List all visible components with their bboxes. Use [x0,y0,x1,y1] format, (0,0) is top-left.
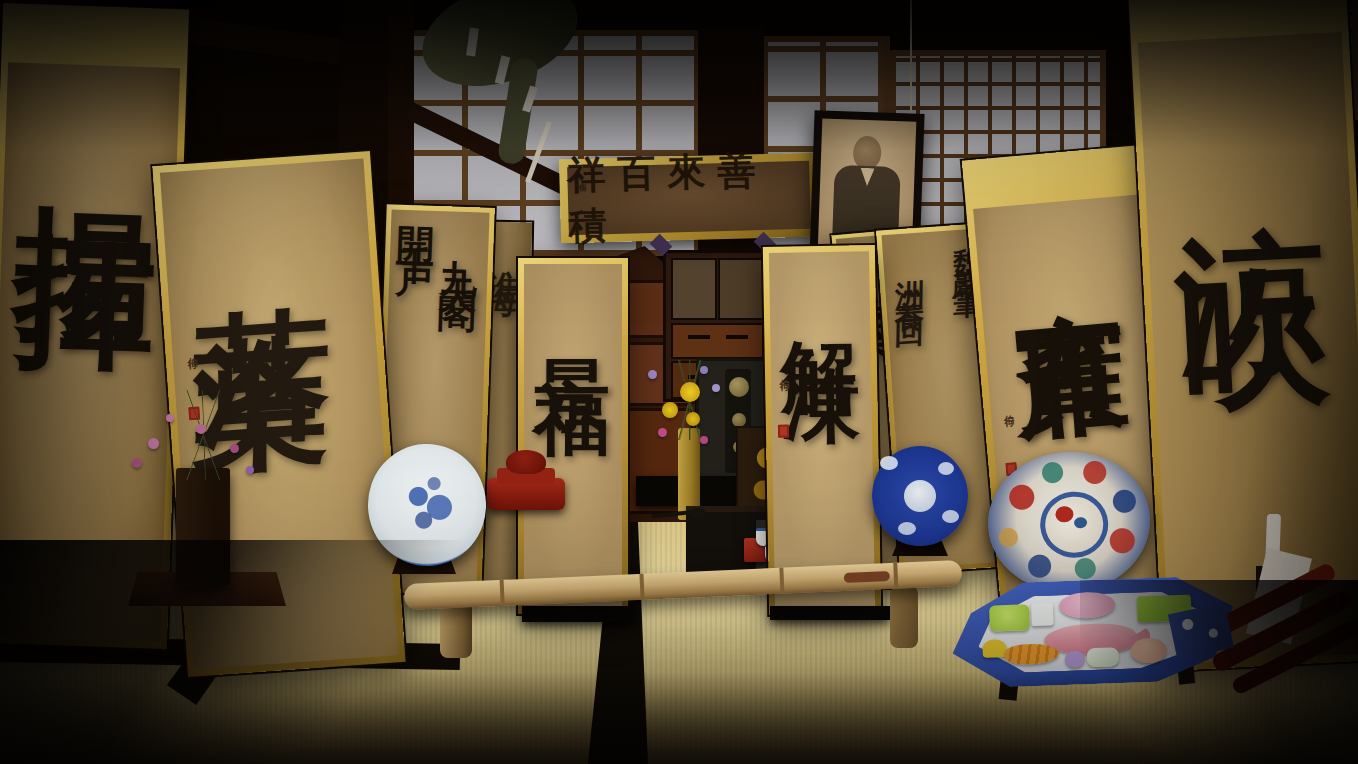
safe-dial [729,377,749,397]
calligraphy-keifuku: 景福 [535,298,611,338]
japanese-room-photo: 祥百來善積 楊舎 [0,0,1358,764]
bamboo-node [639,574,644,600]
bamboo-node [500,580,505,606]
artist-signature: 伯行 [1000,406,1014,411]
pink-dianthus [700,436,708,444]
screen-far-left: 揚揮 [0,3,189,649]
artist-signature: 伯行 [184,348,198,353]
pink-dianthus [658,428,667,437]
bamboo-blemish [844,571,890,583]
wild-stems [130,390,280,480]
pink-wildflower [148,438,159,449]
screen-base [770,606,890,620]
calligraphy-hingan: 賓雁 [1000,213,1117,267]
pink-wildflower [166,414,174,422]
drawer-handle [726,335,748,339]
white-fan-sweet [1031,601,1054,626]
dark-vase [176,468,230,586]
screen-base [522,606,634,622]
bamboo-node [779,568,784,594]
screen-kaitou: 解凍 伯行 [763,245,881,615]
screen-keifuku: 景福 [518,258,628,614]
calligraphy-far-right: 涼吹 [1168,97,1323,201]
yellow-chrysanthemum [662,402,678,418]
hanging-cord [910,0,912,128]
yellow-chrysanthemum [686,412,700,426]
purple-aster [712,384,720,392]
pink-wildflower [196,424,206,434]
drawer-handle [688,335,710,339]
calligraphy-far-left: 揚揮 [20,91,164,152]
pink-wildflower [132,458,142,468]
yellow-wedge-sweet [982,639,1007,658]
plaque-text: 祥百來善積 [567,144,812,252]
cursive-left-column: 洲養回 [895,254,926,316]
calligraphy-left-cursive: 落葉 [196,191,335,253]
purple-wildflower [246,466,254,474]
bamboo-node [893,563,898,589]
purple-aster [648,370,657,379]
dark-blue-plate [872,446,968,546]
yellow-chrysanthemum [680,382,700,402]
pink-wildflower [230,444,239,453]
purple-aster [700,366,708,374]
calligraphy-left-column: 開千戸 [396,209,436,251]
red-seal [778,425,789,438]
calligraphy-kaitou: 解凍 [780,277,859,330]
white-roll-sweet [1087,647,1120,667]
safe-dial [732,413,746,427]
calligraphy-plaque: 祥百來善積 楊舎 [559,153,819,244]
green-jelly-sweet [989,604,1030,631]
bamboo-support-right [890,586,918,648]
red-bowl [506,450,546,474]
calligraphy-right-column: 九天閣 [439,229,479,284]
artist-signature: 伯行 [777,371,791,375]
